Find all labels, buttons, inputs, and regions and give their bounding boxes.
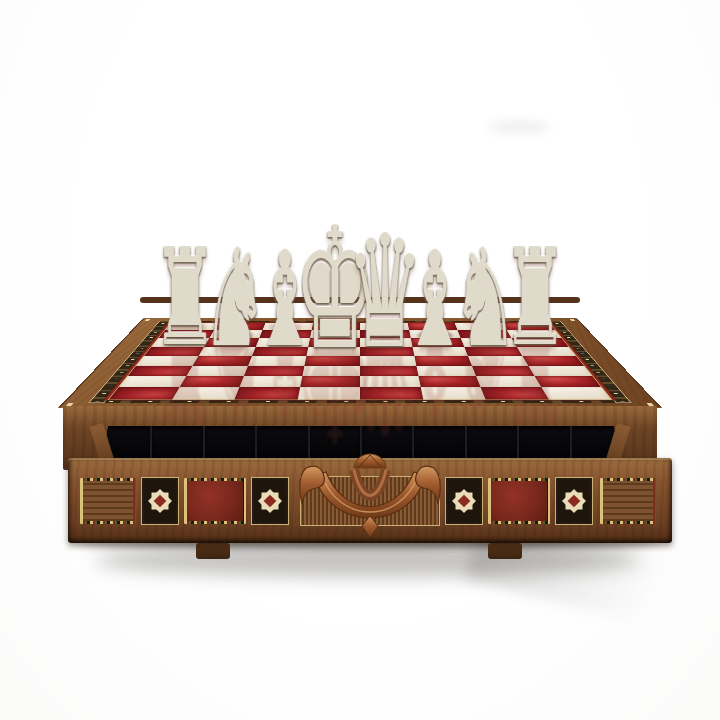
silver-rook: ♜ [130, 231, 240, 365]
product-photo-scene: ♜♞♝♚♛♝♞♜ ♜♞♝♚♛♝♞♜ [0, 0, 720, 720]
silver-rook: ♜ [480, 231, 590, 365]
silver-king: ♚ [280, 205, 390, 373]
silver-bishop: ♝ [230, 233, 340, 365]
pieces-layer: ♜♞♝♚♛♝♞♜ [0, 0, 720, 720]
silver-queen: ♛ [330, 214, 440, 370]
silver-knight: ♞ [430, 230, 540, 366]
silver-bishop: ♝ [380, 233, 490, 365]
silver-knight: ♞ [180, 230, 290, 366]
